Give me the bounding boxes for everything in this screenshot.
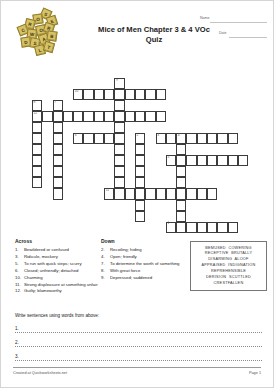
sentence-number: 3. bbox=[15, 354, 19, 359]
clue-item: 11.Strong displeasure at something unfai… bbox=[15, 282, 99, 287]
title-line2: Quiz bbox=[146, 35, 162, 44]
clue-item: 3.Ridicule, mockery bbox=[15, 254, 99, 259]
grid-cell[interactable] bbox=[197, 222, 207, 233]
across-clues: Across 1.Bewildered or confused3.Ridicul… bbox=[15, 238, 99, 295]
sentence-number: 1. bbox=[15, 326, 19, 331]
grid-cell[interactable] bbox=[176, 211, 186, 222]
clue-number: 2. bbox=[101, 247, 110, 252]
grid-cell[interactable] bbox=[94, 89, 104, 100]
sentence-line[interactable]: 2. bbox=[15, 335, 262, 347]
grid-cell[interactable]: 7 bbox=[53, 100, 63, 111]
grid-cell[interactable] bbox=[104, 111, 114, 122]
cell-number: 9 bbox=[116, 79, 118, 82]
cell-number: 8 bbox=[34, 101, 36, 104]
grid-cell[interactable]: 6 bbox=[73, 133, 83, 144]
grid-cell[interactable] bbox=[228, 133, 238, 144]
cell-number: 4 bbox=[178, 134, 180, 137]
grid-cell[interactable] bbox=[197, 133, 207, 144]
cell-number: 11 bbox=[106, 189, 109, 192]
grid-cell[interactable] bbox=[156, 89, 166, 100]
crossword-grid: 134561011122789 bbox=[32, 78, 248, 233]
grid-cell[interactable] bbox=[228, 155, 238, 166]
clue-number: 4. bbox=[101, 254, 110, 259]
grid-cell[interactable] bbox=[207, 188, 217, 199]
clue-text: Recoiling; hiding bbox=[110, 247, 183, 252]
grid-cell[interactable] bbox=[176, 177, 186, 188]
clue-text: To determine the worth of something bbox=[110, 261, 183, 266]
grid-cell[interactable] bbox=[228, 222, 238, 233]
down-header: Down bbox=[101, 238, 183, 244]
grid-cell[interactable] bbox=[186, 133, 196, 144]
grid-cell[interactable] bbox=[104, 133, 114, 144]
clue-item: 4.Open; friendly bbox=[101, 254, 183, 259]
grid-cell[interactable] bbox=[176, 166, 186, 177]
grid-cell[interactable]: 8 bbox=[32, 100, 42, 111]
clue-text: Open; friendly bbox=[110, 254, 183, 259]
grid-cell[interactable] bbox=[63, 111, 73, 122]
grid-cell[interactable] bbox=[176, 188, 186, 199]
grid-cell[interactable] bbox=[186, 222, 196, 233]
grid-cell[interactable] bbox=[176, 222, 186, 233]
grid-cell[interactable] bbox=[114, 122, 124, 133]
clue-number: 8. bbox=[101, 268, 110, 273]
grid-cell[interactable]: 9 bbox=[114, 78, 124, 89]
grid-cell[interactable] bbox=[114, 89, 124, 100]
grid-cell[interactable]: 1 bbox=[166, 222, 176, 233]
clue-number: 12. bbox=[15, 288, 24, 293]
grid-cell[interactable] bbox=[135, 89, 145, 100]
grid-cell[interactable] bbox=[135, 111, 145, 122]
grid-cell[interactable] bbox=[135, 155, 145, 166]
grid-cell[interactable] bbox=[186, 188, 196, 199]
grid-cell[interactable] bbox=[125, 111, 135, 122]
clue-item: 10.Charming bbox=[15, 275, 99, 280]
grid-cell[interactable] bbox=[197, 188, 207, 199]
cell-number: 12 bbox=[34, 112, 38, 115]
clue-text: Depressed; saddened bbox=[110, 275, 183, 280]
clue-number: 3. bbox=[15, 254, 24, 259]
date-label: Date bbox=[219, 31, 227, 35]
grid-cell[interactable] bbox=[176, 200, 186, 211]
clue-item: 8.With great force bbox=[101, 268, 183, 273]
grid-cell[interactable] bbox=[53, 111, 63, 122]
grid-cell[interactable] bbox=[32, 177, 42, 188]
clue-text: Strong displeasure at something unfair bbox=[24, 282, 99, 287]
grid-cell[interactable]: 2 bbox=[135, 133, 145, 144]
grid-cell[interactable] bbox=[104, 89, 114, 100]
sentence-line[interactable]: 3. bbox=[15, 349, 262, 361]
grid-cell[interactable] bbox=[197, 155, 207, 166]
page-number: Page 1 bbox=[249, 371, 261, 375]
clue-item: 6.Closed; unfriendly; detached bbox=[15, 268, 99, 273]
clue-text: Guilty; blameworthy bbox=[24, 288, 99, 293]
grid-cell[interactable]: 3 bbox=[156, 133, 166, 144]
grid-cell[interactable] bbox=[135, 166, 145, 177]
down-clues: Down 2.Recoiling; hiding4.Open; friendly… bbox=[101, 238, 183, 282]
grid-cell[interactable] bbox=[135, 188, 145, 199]
across-clue-list: 1.Bewildered or confused3.Ridicule, mock… bbox=[15, 247, 99, 294]
grid-cell[interactable] bbox=[156, 188, 166, 199]
cell-number: 7 bbox=[54, 101, 56, 104]
title-line1: Mice of Men Chapter 3 & 4 VOc bbox=[98, 25, 210, 34]
page-title: Mice of Men Chapter 3 & 4 VOc Quiz bbox=[61, 25, 247, 46]
clue-text: Ridicule, mockery bbox=[24, 254, 99, 259]
grid-cell[interactable] bbox=[114, 144, 124, 155]
name-label: Name bbox=[200, 16, 210, 20]
grid-cell[interactable] bbox=[114, 166, 124, 177]
worksheet-page: SORECWORDSABLT Mice of Men Chapter 3 & 4… bbox=[0, 0, 274, 388]
grid-cell[interactable] bbox=[114, 133, 124, 144]
grid-cell[interactable] bbox=[32, 144, 42, 155]
grid-cell[interactable] bbox=[114, 177, 124, 188]
grid-cell[interactable] bbox=[53, 122, 63, 133]
grid-cell[interactable] bbox=[53, 133, 63, 144]
grid-cell[interactable] bbox=[32, 155, 42, 166]
clue-number: 9. bbox=[101, 275, 110, 280]
grid-cell[interactable] bbox=[53, 177, 63, 188]
grid-cell[interactable] bbox=[135, 211, 145, 222]
date-line[interactable] bbox=[229, 37, 267, 38]
clue-text: To run with quick steps; scurry bbox=[24, 261, 99, 266]
grid-cell[interactable]: 11 bbox=[104, 188, 114, 199]
grid-cell[interactable]: 5 bbox=[166, 155, 176, 166]
grid-cell[interactable] bbox=[94, 111, 104, 122]
clue-number: 6. bbox=[15, 268, 24, 273]
grid-cell[interactable] bbox=[166, 133, 176, 144]
grid-cell[interactable] bbox=[42, 111, 52, 122]
across-header: Across bbox=[15, 238, 99, 244]
word-bank-line: CRESTFALLEN bbox=[192, 281, 265, 287]
grid-cell[interactable] bbox=[238, 155, 248, 166]
grid-cell[interactable] bbox=[94, 133, 104, 144]
grid-cell[interactable] bbox=[176, 144, 186, 155]
name-line[interactable] bbox=[210, 22, 267, 23]
grid-cell[interactable] bbox=[73, 111, 83, 122]
cell-number: 3 bbox=[157, 134, 159, 137]
grid-cell[interactable] bbox=[145, 188, 155, 199]
grid-cell[interactable] bbox=[156, 111, 166, 122]
clue-number: 5. bbox=[15, 261, 24, 266]
sentence-line[interactable]: 1. bbox=[15, 321, 262, 333]
grid-cell[interactable] bbox=[114, 155, 124, 166]
grid-cell[interactable] bbox=[53, 188, 63, 199]
clue-item: 9.Depressed; saddened bbox=[101, 275, 183, 280]
footer-rule bbox=[13, 367, 261, 368]
grid-cell[interactable] bbox=[145, 111, 155, 122]
grid-cell[interactable] bbox=[176, 155, 186, 166]
clue-text: Closed; unfriendly; detached bbox=[24, 268, 99, 273]
grid-cell[interactable] bbox=[207, 133, 217, 144]
grid-cell[interactable] bbox=[135, 177, 145, 188]
grid-cell[interactable] bbox=[135, 144, 145, 155]
cell-number: 6 bbox=[75, 134, 77, 137]
grid-cell[interactable] bbox=[53, 166, 63, 177]
grid-cell[interactable] bbox=[217, 222, 227, 233]
letter-tile: B bbox=[46, 30, 57, 41]
grid-cell[interactable] bbox=[53, 155, 63, 166]
clue-item: 5.To run with quick steps; scurry bbox=[15, 261, 99, 266]
grid-cell[interactable] bbox=[83, 111, 93, 122]
word-bank: BEMUSED COWERINGRECEPTIVE BRUTALLYDISARM… bbox=[190, 241, 267, 291]
grid-cell[interactable] bbox=[186, 155, 196, 166]
grid-cell[interactable]: 4 bbox=[176, 133, 186, 144]
grid-cell[interactable] bbox=[207, 155, 217, 166]
grid-cell[interactable] bbox=[83, 89, 93, 100]
grid-cell[interactable] bbox=[114, 188, 124, 199]
clue-item: 12.Guilty; blameworthy bbox=[15, 288, 99, 293]
footer-credit: Created at Quickworksheets.net bbox=[13, 371, 67, 375]
grid-cell[interactable] bbox=[114, 111, 124, 122]
clue-text: With great force bbox=[110, 268, 183, 273]
grid-cell[interactable]: 12 bbox=[32, 111, 42, 122]
grid-cell[interactable] bbox=[217, 155, 227, 166]
grid-cell[interactable] bbox=[166, 188, 176, 199]
down-clue-list: 2.Recoiling; hiding4.Open; friendly7.To … bbox=[101, 247, 183, 280]
clue-item: 2.Recoiling; hiding bbox=[101, 247, 183, 252]
clue-number: 7. bbox=[101, 261, 110, 266]
cell-number: 1 bbox=[167, 222, 169, 225]
grid-cell[interactable] bbox=[207, 222, 217, 233]
grid-cell[interactable] bbox=[83, 133, 93, 144]
grid-cell[interactable]: 10 bbox=[73, 89, 83, 100]
grid-cell[interactable] bbox=[145, 89, 155, 100]
cell-number: 5 bbox=[167, 156, 169, 159]
clue-item: 7.To determine the worth of something bbox=[101, 261, 183, 266]
cell-number: 2 bbox=[137, 134, 139, 137]
grid-cell[interactable] bbox=[32, 166, 42, 177]
grid-cell[interactable] bbox=[135, 200, 145, 211]
write-sentences-prompt: Write sentences using words from above: bbox=[15, 313, 99, 318]
sentence-number: 2. bbox=[15, 340, 19, 345]
grid-cell[interactable] bbox=[32, 133, 42, 144]
grid-cell[interactable] bbox=[125, 89, 135, 100]
grid-cell[interactable] bbox=[114, 100, 124, 111]
clue-number: 1. bbox=[15, 247, 24, 252]
grid-cell[interactable] bbox=[53, 144, 63, 155]
scrabble-tiles-logo: SORECWORDSABLT bbox=[11, 7, 67, 55]
clue-number: 10. bbox=[15, 275, 24, 280]
grid-cell[interactable] bbox=[125, 188, 135, 199]
cell-number: 10 bbox=[75, 90, 79, 93]
grid-cell[interactable] bbox=[217, 133, 227, 144]
grid-cell[interactable] bbox=[32, 122, 42, 133]
clue-item: 1.Bewildered or confused bbox=[15, 247, 99, 252]
clue-text: Bewildered or confused bbox=[24, 247, 99, 252]
clue-number: 11. bbox=[15, 282, 24, 287]
clue-text: Charming bbox=[24, 275, 99, 280]
